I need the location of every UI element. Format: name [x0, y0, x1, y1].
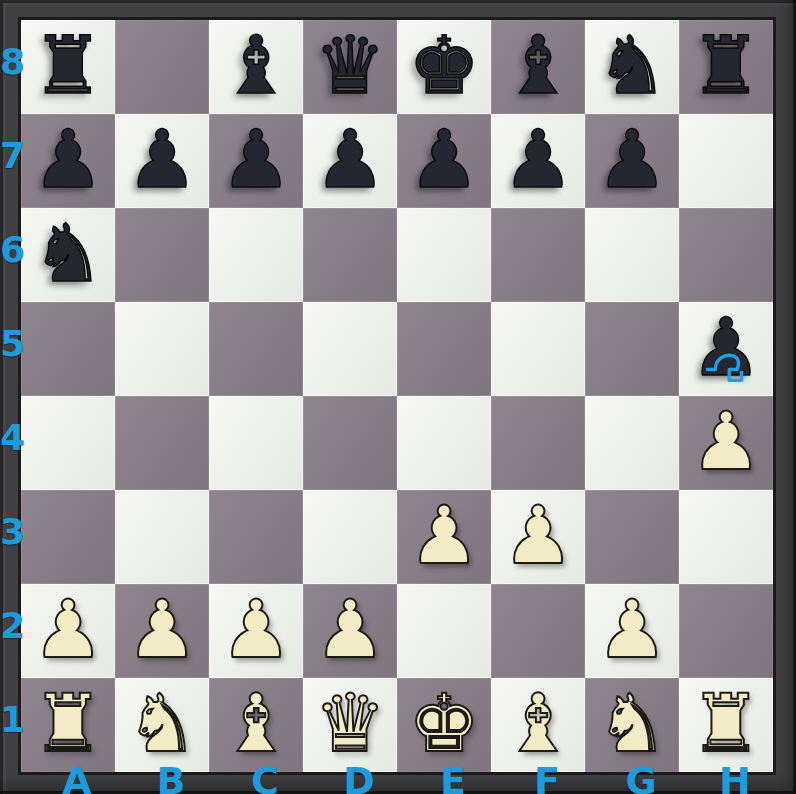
square-a2[interactable]: ♟	[21, 584, 115, 678]
square-b8[interactable]	[115, 20, 209, 114]
annotation-scribble-icon	[703, 351, 746, 388]
black-pawn-icon: ♟	[209, 114, 303, 208]
white-pawn-icon: ♟	[679, 396, 773, 490]
chess-board: ♜♝♛♚♝♞♜♟♟♟♟♟♟♟♞♟♟♟♟♟♟♟♟♟♜♞♝♛♚♝♞♜	[21, 20, 773, 772]
square-g6[interactable]	[585, 208, 679, 302]
square-c2[interactable]: ♟	[209, 584, 303, 678]
black-pawn-icon: ♟	[21, 114, 115, 208]
square-b6[interactable]	[115, 208, 209, 302]
square-b5[interactable]	[115, 302, 209, 396]
file-label-c: C	[218, 762, 312, 794]
square-g1[interactable]: ♞	[585, 678, 679, 772]
square-g5[interactable]	[585, 302, 679, 396]
square-f3[interactable]: ♟	[491, 490, 585, 584]
rank-label-1: 1	[0, 673, 21, 767]
square-h2[interactable]	[679, 584, 773, 678]
square-d6[interactable]	[303, 208, 397, 302]
square-h5[interactable]: ♟	[679, 302, 773, 396]
square-b7[interactable]: ♟	[115, 114, 209, 208]
square-f4[interactable]	[491, 396, 585, 490]
white-pawn-icon: ♟	[397, 490, 491, 584]
square-b3[interactable]	[115, 490, 209, 584]
square-a8[interactable]: ♜	[21, 20, 115, 114]
black-pawn-icon: ♟	[491, 114, 585, 208]
rank-label-8: 8	[0, 15, 21, 109]
square-f7[interactable]: ♟	[491, 114, 585, 208]
square-g8[interactable]: ♞	[585, 20, 679, 114]
square-c8[interactable]: ♝	[209, 20, 303, 114]
square-h4[interactable]: ♟	[679, 396, 773, 490]
white-king-icon: ♚	[397, 678, 491, 772]
square-g3[interactable]	[585, 490, 679, 584]
square-e5[interactable]	[397, 302, 491, 396]
square-h8[interactable]: ♜	[679, 20, 773, 114]
black-bishop-icon: ♝	[491, 20, 585, 114]
white-rook-icon: ♜	[21, 678, 115, 772]
square-f5[interactable]	[491, 302, 585, 396]
square-d8[interactable]: ♛	[303, 20, 397, 114]
square-b1[interactable]: ♞	[115, 678, 209, 772]
black-pawn-icon: ♟	[585, 114, 679, 208]
square-f8[interactable]: ♝	[491, 20, 585, 114]
file-label-a: A	[30, 762, 124, 794]
rank-label-4: 4	[0, 391, 21, 485]
square-a6[interactable]: ♞	[21, 208, 115, 302]
white-bishop-icon: ♝	[209, 678, 303, 772]
black-knight-icon: ♞	[21, 208, 115, 302]
square-a3[interactable]	[21, 490, 115, 584]
rank-label-6: 6	[0, 203, 21, 297]
white-rook-icon: ♜	[679, 678, 773, 772]
square-d4[interactable]	[303, 396, 397, 490]
rank-label-3: 3	[0, 485, 21, 579]
square-a4[interactable]	[21, 396, 115, 490]
square-d2[interactable]: ♟	[303, 584, 397, 678]
square-e8[interactable]: ♚	[397, 20, 491, 114]
file-label-h: H	[688, 762, 782, 794]
square-a5[interactable]	[21, 302, 115, 396]
file-label-d: D	[312, 762, 406, 794]
black-rook-icon: ♜	[21, 20, 115, 114]
rank-label-2: 2	[0, 579, 21, 673]
square-f1[interactable]: ♝	[491, 678, 585, 772]
black-pawn-icon: ♟	[303, 114, 397, 208]
square-c3[interactable]	[209, 490, 303, 584]
square-e6[interactable]	[397, 208, 491, 302]
white-pawn-icon: ♟	[491, 490, 585, 584]
square-c7[interactable]: ♟	[209, 114, 303, 208]
black-knight-icon: ♞	[585, 20, 679, 114]
black-king-icon: ♚	[397, 20, 491, 114]
square-e3[interactable]: ♟	[397, 490, 491, 584]
square-c1[interactable]: ♝	[209, 678, 303, 772]
white-queen-icon: ♛	[303, 678, 397, 772]
white-pawn-icon: ♟	[21, 584, 115, 678]
square-g2[interactable]: ♟	[585, 584, 679, 678]
rank-label-7: 7	[0, 109, 21, 203]
square-f6[interactable]	[491, 208, 585, 302]
black-rook-icon: ♜	[679, 20, 773, 114]
black-queen-icon: ♛	[303, 20, 397, 114]
file-label-e: E	[406, 762, 500, 794]
square-a1[interactable]: ♜	[21, 678, 115, 772]
white-knight-icon: ♞	[115, 678, 209, 772]
square-g4[interactable]	[585, 396, 679, 490]
square-e4[interactable]	[397, 396, 491, 490]
white-knight-icon: ♞	[585, 678, 679, 772]
file-label-b: B	[124, 762, 218, 794]
square-d5[interactable]	[303, 302, 397, 396]
square-e1[interactable]: ♚	[397, 678, 491, 772]
square-f2[interactable]	[491, 584, 585, 678]
square-c4[interactable]	[209, 396, 303, 490]
square-h1[interactable]: ♜	[679, 678, 773, 772]
white-pawn-icon: ♟	[585, 584, 679, 678]
square-d1[interactable]: ♛	[303, 678, 397, 772]
square-h7[interactable]	[679, 114, 773, 208]
square-c6[interactable]	[209, 208, 303, 302]
square-h3[interactable]	[679, 490, 773, 584]
black-bishop-icon: ♝	[209, 20, 303, 114]
white-pawn-icon: ♟	[115, 584, 209, 678]
square-g7[interactable]: ♟	[585, 114, 679, 208]
square-e7[interactable]: ♟	[397, 114, 491, 208]
square-c5[interactable]	[209, 302, 303, 396]
chess-app-window: ♜♝♛♚♝♞♜♟♟♟♟♟♟♟♞♟♟♟♟♟♟♟♟♟♜♞♝♛♚♝♞♜ 8765432…	[0, 0, 796, 794]
square-a7[interactable]: ♟	[21, 114, 115, 208]
black-pawn-icon: ♟	[679, 302, 773, 396]
black-pawn-icon: ♟	[397, 114, 491, 208]
square-d3[interactable]	[303, 490, 397, 584]
square-d7[interactable]: ♟	[303, 114, 397, 208]
square-h6[interactable]	[679, 208, 773, 302]
black-pawn-icon: ♟	[115, 114, 209, 208]
square-b2[interactable]: ♟	[115, 584, 209, 678]
file-label-f: F	[500, 762, 594, 794]
rank-label-5: 5	[0, 297, 21, 391]
file-label-g: G	[594, 762, 688, 794]
square-e2[interactable]	[397, 584, 491, 678]
square-b4[interactable]	[115, 396, 209, 490]
white-pawn-icon: ♟	[303, 584, 397, 678]
white-bishop-icon: ♝	[491, 678, 585, 772]
white-pawn-icon: ♟	[209, 584, 303, 678]
